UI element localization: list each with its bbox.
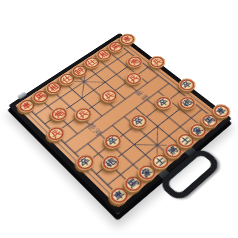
board-case: 楚河 漢界 車馬相仕帥仕相馬車炮炮兵兵兵兵兵卒卒卒卒卒砲砲車馬象士將士象馬車 <box>8 33 232 215</box>
product-photo-scene: 楚河 漢界 車馬相仕帥仕相馬車炮炮兵兵兵兵兵卒卒卒卒卒砲砲車馬象士將士象馬車 <box>0 0 238 238</box>
